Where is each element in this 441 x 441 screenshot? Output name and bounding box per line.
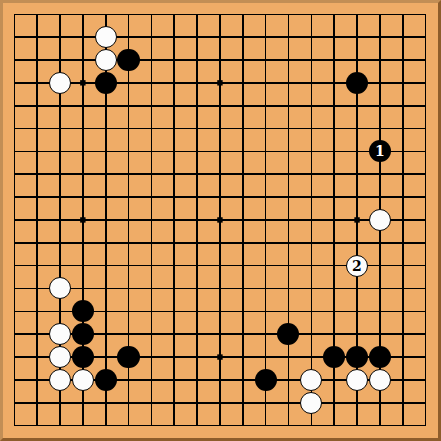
- intersection-o12[interactable]: [323, 254, 346, 277]
- intersection-r5[interactable]: [391, 94, 414, 117]
- intersection-r14[interactable]: [391, 300, 414, 323]
- intersection-k19[interactable]: [231, 414, 254, 437]
- intersection-f7[interactable]: [117, 140, 140, 163]
- intersection-i8[interactable]: [186, 163, 209, 186]
- intersection-f16[interactable]: [117, 346, 140, 369]
- intersection-b13[interactable]: [26, 277, 49, 300]
- intersection-n7[interactable]: [300, 140, 323, 163]
- intersection-b1[interactable]: [26, 3, 49, 26]
- intersection-g7[interactable]: [140, 140, 163, 163]
- intersection-f6[interactable]: [117, 117, 140, 140]
- intersection-j8[interactable]: [208, 163, 231, 186]
- intersection-e12[interactable]: [94, 254, 117, 277]
- intersection-r7[interactable]: [391, 140, 414, 163]
- intersection-e19[interactable]: [94, 414, 117, 437]
- intersection-j17[interactable]: [208, 368, 231, 391]
- intersection-j3[interactable]: [208, 49, 231, 72]
- intersection-b16[interactable]: [26, 346, 49, 369]
- intersection-a18[interactable]: [3, 391, 26, 414]
- intersection-j7[interactable]: [208, 140, 231, 163]
- intersection-f3[interactable]: [117, 49, 140, 72]
- intersection-r8[interactable]: [391, 163, 414, 186]
- intersection-o9[interactable]: [323, 186, 346, 209]
- intersection-m12[interactable]: [277, 254, 300, 277]
- intersection-k14[interactable]: [231, 300, 254, 323]
- intersection-b12[interactable]: [26, 254, 49, 277]
- intersection-r1[interactable]: [391, 3, 414, 26]
- intersection-n9[interactable]: [300, 186, 323, 209]
- intersection-f8[interactable]: [117, 163, 140, 186]
- intersection-j2[interactable]: [208, 26, 231, 49]
- intersection-q13[interactable]: [368, 277, 391, 300]
- intersection-h11[interactable]: [163, 231, 186, 254]
- intersection-c10[interactable]: [49, 208, 72, 231]
- intersection-m10[interactable]: [277, 208, 300, 231]
- intersection-o5[interactable]: [323, 94, 346, 117]
- intersection-d7[interactable]: [71, 140, 94, 163]
- intersection-q11[interactable]: [368, 231, 391, 254]
- intersection-j16[interactable]: [208, 346, 231, 369]
- intersection-b3[interactable]: [26, 49, 49, 72]
- intersection-d9[interactable]: [71, 186, 94, 209]
- intersection-p10[interactable]: [346, 208, 369, 231]
- intersection-l7[interactable]: [254, 140, 277, 163]
- intersection-s16[interactable]: [414, 346, 437, 369]
- intersection-s1[interactable]: [414, 3, 437, 26]
- intersection-s8[interactable]: [414, 163, 437, 186]
- intersection-c14[interactable]: [49, 300, 72, 323]
- intersection-j1[interactable]: [208, 3, 231, 26]
- intersection-j13[interactable]: [208, 277, 231, 300]
- intersection-l12[interactable]: [254, 254, 277, 277]
- intersection-q7[interactable]: 1: [368, 140, 391, 163]
- intersection-p19[interactable]: [346, 414, 369, 437]
- intersection-m18[interactable]: [277, 391, 300, 414]
- intersection-b11[interactable]: [26, 231, 49, 254]
- intersection-d17[interactable]: [71, 368, 94, 391]
- intersection-g12[interactable]: [140, 254, 163, 277]
- intersection-h10[interactable]: [163, 208, 186, 231]
- intersection-a2[interactable]: [3, 26, 26, 49]
- intersection-p3[interactable]: [346, 49, 369, 72]
- intersection-c18[interactable]: [49, 391, 72, 414]
- intersection-k3[interactable]: [231, 49, 254, 72]
- intersection-d3[interactable]: [71, 49, 94, 72]
- intersection-s2[interactable]: [414, 26, 437, 49]
- intersection-i13[interactable]: [186, 277, 209, 300]
- intersection-l19[interactable]: [254, 414, 277, 437]
- intersection-s19[interactable]: [414, 414, 437, 437]
- intersection-c12[interactable]: [49, 254, 72, 277]
- intersection-p7[interactable]: [346, 140, 369, 163]
- intersection-s12[interactable]: [414, 254, 437, 277]
- intersection-q16[interactable]: [368, 346, 391, 369]
- intersection-l3[interactable]: [254, 49, 277, 72]
- intersection-k11[interactable]: [231, 231, 254, 254]
- intersection-m6[interactable]: [277, 117, 300, 140]
- intersection-g13[interactable]: [140, 277, 163, 300]
- intersection-p2[interactable]: [346, 26, 369, 49]
- intersection-f14[interactable]: [117, 300, 140, 323]
- intersection-n8[interactable]: [300, 163, 323, 186]
- intersection-r3[interactable]: [391, 49, 414, 72]
- intersection-m15[interactable]: [277, 323, 300, 346]
- intersection-e10[interactable]: [94, 208, 117, 231]
- intersection-f1[interactable]: [117, 3, 140, 26]
- intersection-b10[interactable]: [26, 208, 49, 231]
- intersection-a11[interactable]: [3, 231, 26, 254]
- intersection-f10[interactable]: [117, 208, 140, 231]
- intersection-h9[interactable]: [163, 186, 186, 209]
- intersection-e8[interactable]: [94, 163, 117, 186]
- intersection-h5[interactable]: [163, 94, 186, 117]
- intersection-n6[interactable]: [300, 117, 323, 140]
- intersection-r15[interactable]: [391, 323, 414, 346]
- intersection-h19[interactable]: [163, 414, 186, 437]
- intersection-e7[interactable]: [94, 140, 117, 163]
- intersection-g1[interactable]: [140, 3, 163, 26]
- intersection-o7[interactable]: [323, 140, 346, 163]
- intersection-o8[interactable]: [323, 163, 346, 186]
- intersection-r11[interactable]: [391, 231, 414, 254]
- intersection-s11[interactable]: [414, 231, 437, 254]
- intersection-n16[interactable]: [300, 346, 323, 369]
- intersection-h13[interactable]: [163, 277, 186, 300]
- intersection-e15[interactable]: [94, 323, 117, 346]
- intersection-d11[interactable]: [71, 231, 94, 254]
- intersection-p11[interactable]: [346, 231, 369, 254]
- intersection-i18[interactable]: [186, 391, 209, 414]
- intersection-b7[interactable]: [26, 140, 49, 163]
- intersection-k7[interactable]: [231, 140, 254, 163]
- intersection-k12[interactable]: [231, 254, 254, 277]
- intersection-h12[interactable]: [163, 254, 186, 277]
- intersection-f4[interactable]: [117, 71, 140, 94]
- intersection-i6[interactable]: [186, 117, 209, 140]
- intersection-g4[interactable]: [140, 71, 163, 94]
- intersection-f19[interactable]: [117, 414, 140, 437]
- intersection-p14[interactable]: [346, 300, 369, 323]
- intersection-f9[interactable]: [117, 186, 140, 209]
- intersection-i2[interactable]: [186, 26, 209, 49]
- intersection-r17[interactable]: [391, 368, 414, 391]
- intersection-d4[interactable]: [71, 71, 94, 94]
- intersection-k6[interactable]: [231, 117, 254, 140]
- intersection-m17[interactable]: [277, 368, 300, 391]
- intersection-q4[interactable]: [368, 71, 391, 94]
- intersection-j18[interactable]: [208, 391, 231, 414]
- intersection-i17[interactable]: [186, 368, 209, 391]
- intersection-l2[interactable]: [254, 26, 277, 49]
- intersection-s6[interactable]: [414, 117, 437, 140]
- intersection-b18[interactable]: [26, 391, 49, 414]
- intersection-h6[interactable]: [163, 117, 186, 140]
- intersection-q2[interactable]: [368, 26, 391, 49]
- intersection-p18[interactable]: [346, 391, 369, 414]
- intersection-h15[interactable]: [163, 323, 186, 346]
- intersection-l5[interactable]: [254, 94, 277, 117]
- intersection-f12[interactable]: [117, 254, 140, 277]
- intersection-i1[interactable]: [186, 3, 209, 26]
- intersection-c4[interactable]: [49, 71, 72, 94]
- intersection-q3[interactable]: [368, 49, 391, 72]
- intersection-c5[interactable]: [49, 94, 72, 117]
- intersection-j10[interactable]: [208, 208, 231, 231]
- intersection-o4[interactable]: [323, 71, 346, 94]
- intersection-j12[interactable]: [208, 254, 231, 277]
- intersection-h2[interactable]: [163, 26, 186, 49]
- intersection-g10[interactable]: [140, 208, 163, 231]
- intersection-b14[interactable]: [26, 300, 49, 323]
- intersection-c13[interactable]: [49, 277, 72, 300]
- intersection-d12[interactable]: [71, 254, 94, 277]
- intersection-a1[interactable]: [3, 3, 26, 26]
- intersection-e5[interactable]: [94, 94, 117, 117]
- intersection-p15[interactable]: [346, 323, 369, 346]
- intersection-h7[interactable]: [163, 140, 186, 163]
- intersection-n1[interactable]: [300, 3, 323, 26]
- intersection-e6[interactable]: [94, 117, 117, 140]
- intersection-g6[interactable]: [140, 117, 163, 140]
- intersection-e2[interactable]: [94, 26, 117, 49]
- intersection-g5[interactable]: [140, 94, 163, 117]
- intersection-d13[interactable]: [71, 277, 94, 300]
- intersection-i16[interactable]: [186, 346, 209, 369]
- intersection-o15[interactable]: [323, 323, 346, 346]
- intersection-p17[interactable]: [346, 368, 369, 391]
- intersection-n3[interactable]: [300, 49, 323, 72]
- intersection-g17[interactable]: [140, 368, 163, 391]
- intersection-d14[interactable]: [71, 300, 94, 323]
- intersection-a16[interactable]: [3, 346, 26, 369]
- intersection-a19[interactable]: [3, 414, 26, 437]
- intersection-a7[interactable]: [3, 140, 26, 163]
- intersection-l13[interactable]: [254, 277, 277, 300]
- intersection-e14[interactable]: [94, 300, 117, 323]
- intersection-k5[interactable]: [231, 94, 254, 117]
- intersection-a13[interactable]: [3, 277, 26, 300]
- intersection-m8[interactable]: [277, 163, 300, 186]
- intersection-i11[interactable]: [186, 231, 209, 254]
- intersection-d5[interactable]: [71, 94, 94, 117]
- intersection-m2[interactable]: [277, 26, 300, 49]
- intersection-s17[interactable]: [414, 368, 437, 391]
- intersection-a4[interactable]: [3, 71, 26, 94]
- intersection-q10[interactable]: [368, 208, 391, 231]
- intersection-o6[interactable]: [323, 117, 346, 140]
- intersection-j19[interactable]: [208, 414, 231, 437]
- intersection-d15[interactable]: [71, 323, 94, 346]
- intersection-r12[interactable]: [391, 254, 414, 277]
- intersection-g9[interactable]: [140, 186, 163, 209]
- intersection-j4[interactable]: [208, 71, 231, 94]
- intersection-p4[interactable]: [346, 71, 369, 94]
- intersection-e9[interactable]: [94, 186, 117, 209]
- intersection-c3[interactable]: [49, 49, 72, 72]
- intersection-n12[interactable]: [300, 254, 323, 277]
- intersection-r4[interactable]: [391, 71, 414, 94]
- intersection-a5[interactable]: [3, 94, 26, 117]
- intersection-b5[interactable]: [26, 94, 49, 117]
- intersection-c6[interactable]: [49, 117, 72, 140]
- intersection-a10[interactable]: [3, 208, 26, 231]
- intersection-l16[interactable]: [254, 346, 277, 369]
- intersection-r18[interactable]: [391, 391, 414, 414]
- intersection-n14[interactable]: [300, 300, 323, 323]
- intersection-o2[interactable]: [323, 26, 346, 49]
- intersection-d1[interactable]: [71, 3, 94, 26]
- intersection-k4[interactable]: [231, 71, 254, 94]
- intersection-c17[interactable]: [49, 368, 72, 391]
- intersection-e4[interactable]: [94, 71, 117, 94]
- intersection-g19[interactable]: [140, 414, 163, 437]
- intersection-l18[interactable]: [254, 391, 277, 414]
- intersection-n11[interactable]: [300, 231, 323, 254]
- intersection-i14[interactable]: [186, 300, 209, 323]
- intersection-l11[interactable]: [254, 231, 277, 254]
- intersection-o16[interactable]: [323, 346, 346, 369]
- intersection-a15[interactable]: [3, 323, 26, 346]
- intersection-m14[interactable]: [277, 300, 300, 323]
- intersection-n19[interactable]: [300, 414, 323, 437]
- intersection-p16[interactable]: [346, 346, 369, 369]
- intersection-l17[interactable]: [254, 368, 277, 391]
- intersection-m9[interactable]: [277, 186, 300, 209]
- intersection-c19[interactable]: [49, 414, 72, 437]
- intersection-k10[interactable]: [231, 208, 254, 231]
- intersection-q17[interactable]: [368, 368, 391, 391]
- intersection-p9[interactable]: [346, 186, 369, 209]
- intersection-f5[interactable]: [117, 94, 140, 117]
- intersection-s9[interactable]: [414, 186, 437, 209]
- intersection-p12[interactable]: 2: [346, 254, 369, 277]
- intersection-r10[interactable]: [391, 208, 414, 231]
- intersection-e17[interactable]: [94, 368, 117, 391]
- intersection-k8[interactable]: [231, 163, 254, 186]
- intersection-b9[interactable]: [26, 186, 49, 209]
- intersection-c7[interactable]: [49, 140, 72, 163]
- intersection-r2[interactable]: [391, 26, 414, 49]
- intersection-s14[interactable]: [414, 300, 437, 323]
- intersection-h4[interactable]: [163, 71, 186, 94]
- intersection-h16[interactable]: [163, 346, 186, 369]
- intersection-s13[interactable]: [414, 277, 437, 300]
- intersection-p1[interactable]: [346, 3, 369, 26]
- intersection-n4[interactable]: [300, 71, 323, 94]
- intersection-a12[interactable]: [3, 254, 26, 277]
- intersection-k17[interactable]: [231, 368, 254, 391]
- intersection-b8[interactable]: [26, 163, 49, 186]
- intersection-c1[interactable]: [49, 3, 72, 26]
- intersection-i12[interactable]: [186, 254, 209, 277]
- intersection-k18[interactable]: [231, 391, 254, 414]
- intersection-g15[interactable]: [140, 323, 163, 346]
- intersection-k16[interactable]: [231, 346, 254, 369]
- intersection-d2[interactable]: [71, 26, 94, 49]
- intersection-s3[interactable]: [414, 49, 437, 72]
- intersection-k13[interactable]: [231, 277, 254, 300]
- intersection-o11[interactable]: [323, 231, 346, 254]
- intersection-e13[interactable]: [94, 277, 117, 300]
- intersection-a3[interactable]: [3, 49, 26, 72]
- intersection-j9[interactable]: [208, 186, 231, 209]
- intersection-m5[interactable]: [277, 94, 300, 117]
- intersection-o18[interactable]: [323, 391, 346, 414]
- intersection-l9[interactable]: [254, 186, 277, 209]
- intersection-m1[interactable]: [277, 3, 300, 26]
- intersection-d19[interactable]: [71, 414, 94, 437]
- intersection-i19[interactable]: [186, 414, 209, 437]
- intersection-q1[interactable]: [368, 3, 391, 26]
- intersection-a9[interactable]: [3, 186, 26, 209]
- intersection-e11[interactable]: [94, 231, 117, 254]
- intersection-i3[interactable]: [186, 49, 209, 72]
- intersection-e3[interactable]: [94, 49, 117, 72]
- intersection-d10[interactable]: [71, 208, 94, 231]
- intersection-c9[interactable]: [49, 186, 72, 209]
- intersection-m19[interactable]: [277, 414, 300, 437]
- intersection-d18[interactable]: [71, 391, 94, 414]
- intersection-c2[interactable]: [49, 26, 72, 49]
- intersection-l14[interactable]: [254, 300, 277, 323]
- intersection-l6[interactable]: [254, 117, 277, 140]
- intersection-o13[interactable]: [323, 277, 346, 300]
- intersection-n2[interactable]: [300, 26, 323, 49]
- intersection-s10[interactable]: [414, 208, 437, 231]
- intersection-j5[interactable]: [208, 94, 231, 117]
- intersection-q19[interactable]: [368, 414, 391, 437]
- intersection-k15[interactable]: [231, 323, 254, 346]
- intersection-r13[interactable]: [391, 277, 414, 300]
- intersection-o14[interactable]: [323, 300, 346, 323]
- intersection-s7[interactable]: [414, 140, 437, 163]
- intersection-m7[interactable]: [277, 140, 300, 163]
- intersection-s4[interactable]: [414, 71, 437, 94]
- intersection-f17[interactable]: [117, 368, 140, 391]
- intersection-s5[interactable]: [414, 94, 437, 117]
- intersection-c16[interactable]: [49, 346, 72, 369]
- intersection-l8[interactable]: [254, 163, 277, 186]
- intersection-l4[interactable]: [254, 71, 277, 94]
- intersection-f13[interactable]: [117, 277, 140, 300]
- intersection-n5[interactable]: [300, 94, 323, 117]
- intersection-f2[interactable]: [117, 26, 140, 49]
- intersection-j11[interactable]: [208, 231, 231, 254]
- intersection-q15[interactable]: [368, 323, 391, 346]
- intersection-c15[interactable]: [49, 323, 72, 346]
- intersection-m11[interactable]: [277, 231, 300, 254]
- intersection-i9[interactable]: [186, 186, 209, 209]
- intersection-g3[interactable]: [140, 49, 163, 72]
- intersection-b2[interactable]: [26, 26, 49, 49]
- intersection-n18[interactable]: [300, 391, 323, 414]
- intersection-c8[interactable]: [49, 163, 72, 186]
- intersection-f18[interactable]: [117, 391, 140, 414]
- intersection-a17[interactable]: [3, 368, 26, 391]
- intersection-i10[interactable]: [186, 208, 209, 231]
- intersection-g16[interactable]: [140, 346, 163, 369]
- intersection-k1[interactable]: [231, 3, 254, 26]
- intersection-h3[interactable]: [163, 49, 186, 72]
- intersection-f11[interactable]: [117, 231, 140, 254]
- intersection-k9[interactable]: [231, 186, 254, 209]
- intersection-d6[interactable]: [71, 117, 94, 140]
- intersection-l15[interactable]: [254, 323, 277, 346]
- intersection-g8[interactable]: [140, 163, 163, 186]
- intersection-h1[interactable]: [163, 3, 186, 26]
- intersection-j14[interactable]: [208, 300, 231, 323]
- intersection-e16[interactable]: [94, 346, 117, 369]
